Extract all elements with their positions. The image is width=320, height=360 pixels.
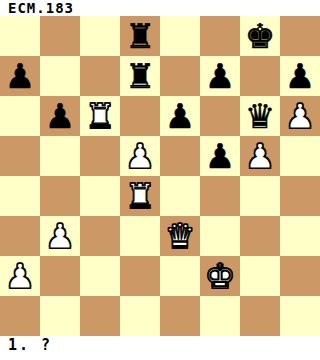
- white-rook-d4: ♜: [125, 176, 155, 216]
- white-rook-c6: ♜: [85, 96, 115, 136]
- square-h8[interactable]: [280, 16, 320, 56]
- square-c1[interactable]: [80, 296, 120, 336]
- square-g2[interactable]: [240, 256, 280, 296]
- square-h6[interactable]: ♟: [280, 96, 320, 136]
- black-pawn-a7: ♟: [5, 56, 35, 96]
- square-e1[interactable]: [160, 296, 200, 336]
- square-g7[interactable]: [240, 56, 280, 96]
- square-a1[interactable]: [0, 296, 40, 336]
- square-d8[interactable]: ♜: [120, 16, 160, 56]
- black-rook-d8: ♜: [125, 16, 155, 56]
- square-c2[interactable]: [80, 256, 120, 296]
- black-queen-g6: ♛: [245, 96, 275, 136]
- square-d5[interactable]: ♟: [120, 136, 160, 176]
- move-prompt: 1. ?: [8, 337, 52, 353]
- square-e3[interactable]: ♛: [160, 216, 200, 256]
- square-d1[interactable]: [120, 296, 160, 336]
- square-c3[interactable]: [80, 216, 120, 256]
- square-h7[interactable]: ♟: [280, 56, 320, 96]
- square-f2[interactable]: ♚: [200, 256, 240, 296]
- square-a4[interactable]: [0, 176, 40, 216]
- square-f8[interactable]: [200, 16, 240, 56]
- white-pawn-b3: ♟: [45, 216, 75, 256]
- square-b7[interactable]: [40, 56, 80, 96]
- square-a7[interactable]: ♟: [0, 56, 40, 96]
- square-c5[interactable]: [80, 136, 120, 176]
- square-a6[interactable]: [0, 96, 40, 136]
- square-e4[interactable]: [160, 176, 200, 216]
- square-f7[interactable]: ♟: [200, 56, 240, 96]
- square-a2[interactable]: ♟: [0, 256, 40, 296]
- square-g4[interactable]: [240, 176, 280, 216]
- square-b8[interactable]: [40, 16, 80, 56]
- square-a5[interactable]: [0, 136, 40, 176]
- white-pawn-a2: ♟: [5, 256, 35, 296]
- white-pawn-d5: ♟: [125, 136, 155, 176]
- white-king-f2: ♚: [205, 256, 235, 296]
- square-h3[interactable]: [280, 216, 320, 256]
- square-a8[interactable]: [0, 16, 40, 56]
- square-b2[interactable]: [40, 256, 80, 296]
- square-b4[interactable]: [40, 176, 80, 216]
- square-g6[interactable]: ♛: [240, 96, 280, 136]
- square-c4[interactable]: [80, 176, 120, 216]
- diagram-title: ECM.183: [8, 1, 74, 16]
- square-d4[interactable]: ♜: [120, 176, 160, 216]
- black-pawn-b6: ♟: [45, 96, 75, 136]
- square-e6[interactable]: ♟: [160, 96, 200, 136]
- square-c8[interactable]: [80, 16, 120, 56]
- square-c6[interactable]: ♜: [80, 96, 120, 136]
- square-e5[interactable]: [160, 136, 200, 176]
- square-b5[interactable]: [40, 136, 80, 176]
- square-e2[interactable]: [160, 256, 200, 296]
- square-e8[interactable]: [160, 16, 200, 56]
- square-d6[interactable]: [120, 96, 160, 136]
- square-f4[interactable]: [200, 176, 240, 216]
- square-g1[interactable]: [240, 296, 280, 336]
- white-pawn-g5: ♟: [245, 136, 275, 176]
- square-g5[interactable]: ♟: [240, 136, 280, 176]
- square-h5[interactable]: [280, 136, 320, 176]
- square-b6[interactable]: ♟: [40, 96, 80, 136]
- white-queen-e3: ♛: [165, 216, 195, 256]
- black-pawn-h7: ♟: [285, 56, 315, 96]
- square-b3[interactable]: ♟: [40, 216, 80, 256]
- square-h4[interactable]: [280, 176, 320, 216]
- square-b1[interactable]: [40, 296, 80, 336]
- chess-board: ♜♚♟♜♟♟♟♜♟♛♟♟♟♟♜♟♛♟♚: [0, 16, 320, 336]
- black-pawn-e6: ♟: [165, 96, 195, 136]
- square-d7[interactable]: ♜: [120, 56, 160, 96]
- square-h2[interactable]: [280, 256, 320, 296]
- square-h1[interactable]: [280, 296, 320, 336]
- square-a3[interactable]: [0, 216, 40, 256]
- black-pawn-f7: ♟: [205, 56, 235, 96]
- white-pawn-h6: ♟: [285, 96, 315, 136]
- square-g3[interactable]: [240, 216, 280, 256]
- black-pawn-f5: ♟: [205, 136, 235, 176]
- square-c7[interactable]: [80, 56, 120, 96]
- square-d2[interactable]: [120, 256, 160, 296]
- square-f1[interactable]: [200, 296, 240, 336]
- square-d3[interactable]: [120, 216, 160, 256]
- square-f3[interactable]: [200, 216, 240, 256]
- square-f6[interactable]: [200, 96, 240, 136]
- square-f5[interactable]: ♟: [200, 136, 240, 176]
- chess-diagram-page: ECM.183 ♜♚♟♜♟♟♟♜♟♛♟♟♟♟♜♟♛♟♚ 1. ?: [0, 0, 320, 360]
- black-rook-d7: ♜: [125, 56, 155, 96]
- square-g8[interactable]: ♚: [240, 16, 280, 56]
- black-king-g8: ♚: [245, 16, 275, 56]
- square-e7[interactable]: [160, 56, 200, 96]
